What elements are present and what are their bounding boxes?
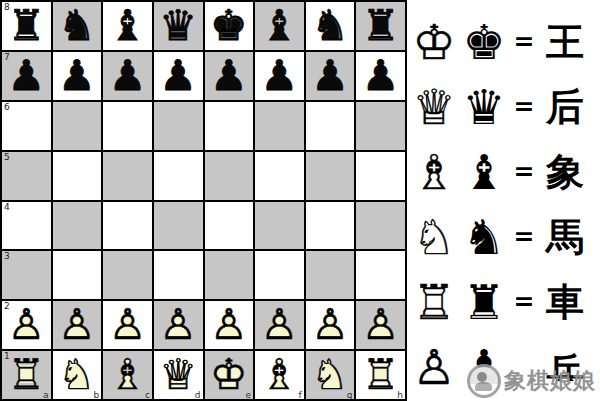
square-d8[interactable]: ♛ (154, 2, 203, 50)
page: 8♜♞♝♛♚♝♞♜7♟♟♟♟♟♟♟♟65432♟♙♟♙♟♙♟♙♟♙♟♙♟♙♟♙1… (0, 0, 600, 401)
hanzi-knight: 馬 (546, 218, 584, 256)
hanzi-rook: 車 (546, 283, 584, 321)
rank-label-3: 3 (4, 251, 10, 261)
white-knight-icon: ♘ (409, 213, 459, 261)
hanzi-bishop: 象 (546, 153, 584, 191)
equals-sign: = (509, 92, 539, 121)
square-h2[interactable]: ♟♙ (356, 301, 405, 349)
square-f6[interactable] (255, 102, 304, 150)
square-h4[interactable] (356, 202, 405, 250)
legend-row-queen: ♕ ♛ = 后 (407, 74, 600, 139)
square-c1[interactable]: c♝♗ (103, 351, 152, 399)
black-rook-icon: ♜ (459, 278, 509, 326)
legend-row-rook: ♖ ♜ = 車 (407, 269, 600, 334)
equals-sign: = (509, 27, 539, 56)
square-g2[interactable]: ♟♙ (306, 301, 355, 349)
square-e2[interactable]: ♟♙ (205, 301, 254, 349)
square-b6[interactable] (53, 102, 102, 150)
rank-label-2: 2 (4, 301, 10, 311)
square-d3[interactable] (154, 251, 203, 299)
square-e4[interactable] (205, 202, 254, 250)
legend-panel: ♔ ♚ = 王 ♕ ♛ = 后 ♗ ♝ = 象 ♘ ♞ = 馬 ♖ ♜ = 車 (407, 0, 600, 401)
square-f8[interactable]: ♝ (255, 2, 304, 50)
black-queen-icon: ♛ (459, 83, 509, 131)
file-label-f: f (299, 390, 302, 399)
square-h6[interactable] (356, 102, 405, 150)
square-a4[interactable]: 4 (2, 202, 51, 250)
square-e8[interactable]: ♚ (205, 2, 254, 50)
square-d7[interactable]: ♟ (154, 52, 203, 100)
legend-row-knight: ♘ ♞ = 馬 (407, 204, 600, 269)
white-queen-icon: ♕ (409, 83, 459, 131)
square-f3[interactable] (255, 251, 304, 299)
file-label-a: a (43, 390, 49, 399)
rank-label-8: 8 (4, 2, 10, 12)
file-label-g: g (347, 390, 353, 399)
equals-sign: = (509, 157, 539, 186)
square-f2[interactable]: ♟♙ (255, 301, 304, 349)
square-h8[interactable]: ♜ (356, 2, 405, 50)
white-pawn: ♟♙ (306, 301, 355, 349)
black-rook: ♜ (356, 2, 405, 50)
white-bishop: ♝♗ (255, 351, 304, 399)
black-pawn: ♟ (306, 52, 355, 100)
black-pawn: ♟ (356, 52, 405, 100)
square-h3[interactable] (356, 251, 405, 299)
square-f4[interactable] (255, 202, 304, 250)
square-a2[interactable]: 2♟♙ (2, 301, 51, 349)
square-g1[interactable]: g♞♘ (306, 351, 355, 399)
black-pawn: ♟ (154, 52, 203, 100)
equals-sign: = (509, 287, 539, 316)
square-g8[interactable]: ♞ (306, 2, 355, 50)
square-a8[interactable]: 8♜ (2, 2, 51, 50)
square-c7[interactable]: ♟ (103, 52, 152, 100)
white-pawn: ♟♙ (154, 301, 203, 349)
square-b2[interactable]: ♟♙ (53, 301, 102, 349)
rank-label-7: 7 (4, 52, 10, 62)
square-b7[interactable]: ♟ (53, 52, 102, 100)
square-d5[interactable] (154, 152, 203, 200)
square-g6[interactable] (306, 102, 355, 150)
square-h5[interactable] (356, 152, 405, 200)
black-knight: ♞ (306, 2, 355, 50)
square-c2[interactable]: ♟♙ (103, 301, 152, 349)
square-c6[interactable] (103, 102, 152, 150)
square-g7[interactable]: ♟ (306, 52, 355, 100)
watermark-logo-icon (467, 364, 501, 398)
square-e5[interactable] (205, 152, 254, 200)
square-b8[interactable]: ♞ (53, 2, 102, 50)
file-label-e: e (246, 390, 252, 399)
square-d1[interactable]: d♛♕ (154, 351, 203, 399)
black-pawn: ♟ (103, 52, 152, 100)
black-pawn: ♟ (255, 52, 304, 100)
white-pawn: ♟♙ (103, 301, 152, 349)
black-pawn: ♟ (53, 52, 102, 100)
file-label-b: b (94, 390, 100, 399)
rank-label-1: 1 (4, 351, 10, 361)
square-h7[interactable]: ♟ (356, 52, 405, 100)
square-f5[interactable] (255, 152, 304, 200)
square-c5[interactable] (103, 152, 152, 200)
black-knight: ♞ (53, 2, 102, 50)
square-c3[interactable] (103, 251, 152, 299)
square-g3[interactable] (306, 251, 355, 299)
square-e6[interactable] (205, 102, 254, 150)
white-pawn: ♟♙ (356, 301, 405, 349)
white-pawn: ♟♙ (205, 301, 254, 349)
legend-row-king: ♔ ♚ = 王 (407, 9, 600, 74)
square-a7[interactable]: 7♟ (2, 52, 51, 100)
black-bishop: ♝ (255, 2, 304, 50)
file-label-d: d (195, 390, 201, 399)
black-king: ♚ (205, 2, 254, 50)
black-queen: ♛ (154, 2, 203, 50)
white-bishop-icon: ♗ (409, 148, 459, 196)
square-f1[interactable]: f♝♗ (255, 351, 304, 399)
file-label-h: h (397, 390, 403, 399)
black-knight-icon: ♞ (459, 213, 509, 261)
square-h1[interactable]: h♜♖ (356, 351, 405, 399)
black-bishop-icon: ♝ (459, 148, 509, 196)
square-b4[interactable] (53, 202, 102, 250)
square-a3[interactable]: 3 (2, 251, 51, 299)
square-a6[interactable]: 6 (2, 102, 51, 150)
square-b1[interactable]: b♞♘ (53, 351, 102, 399)
square-c4[interactable] (103, 202, 152, 250)
square-d2[interactable]: ♟♙ (154, 301, 203, 349)
white-pawn: ♟♙ (53, 301, 102, 349)
watermark: 象棋娘娘 (467, 364, 596, 398)
equals-sign: = (509, 222, 539, 251)
hanzi-queen: 后 (546, 88, 584, 126)
white-pawn: ♟♙ (255, 301, 304, 349)
square-d6[interactable] (154, 102, 203, 150)
file-label-c: c (145, 390, 150, 399)
square-b3[interactable] (53, 251, 102, 299)
hanzi-king: 王 (546, 23, 584, 61)
legend-row-bishop: ♗ ♝ = 象 (407, 139, 600, 204)
square-f7[interactable]: ♟ (255, 52, 304, 100)
square-e3[interactable] (205, 251, 254, 299)
square-e7[interactable]: ♟ (205, 52, 254, 100)
square-a1[interactable]: 1a♜♖ (2, 351, 51, 399)
rank-label-4: 4 (4, 202, 10, 212)
square-e1[interactable]: e♚♔ (205, 351, 254, 399)
rank-label-6: 6 (4, 102, 10, 112)
square-g4[interactable] (306, 202, 355, 250)
black-bishop: ♝ (103, 2, 152, 50)
square-g5[interactable] (306, 152, 355, 200)
watermark-text: 象棋娘娘 (504, 366, 596, 396)
chess-board: 8♜♞♝♛♚♝♞♜7♟♟♟♟♟♟♟♟65432♟♙♟♙♟♙♟♙♟♙♟♙♟♙♟♙1… (0, 0, 407, 401)
square-a5[interactable]: 5 (2, 152, 51, 200)
white-rook-icon: ♖ (409, 278, 459, 326)
square-c8[interactable]: ♝ (103, 2, 152, 50)
rank-label-5: 5 (4, 152, 10, 162)
square-d4[interactable] (154, 202, 203, 250)
white-pawn-icon: ♙ (409, 343, 459, 391)
black-pawn: ♟ (205, 52, 254, 100)
white-king-icon: ♔ (409, 18, 459, 66)
square-b5[interactable] (53, 152, 102, 200)
black-king-icon: ♚ (459, 18, 509, 66)
